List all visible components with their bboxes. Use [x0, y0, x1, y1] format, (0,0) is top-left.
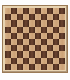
board-square [59, 64, 65, 70]
screenshot-root [0, 0, 70, 80]
draughts-board[interactable] [2, 5, 68, 73]
board-grid [5, 8, 65, 70]
